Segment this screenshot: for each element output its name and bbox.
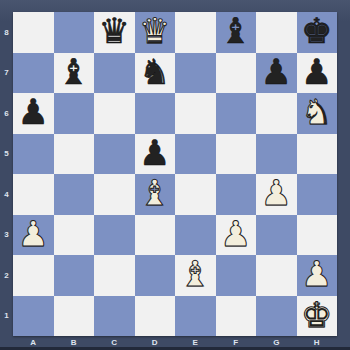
square-g6[interactable] <box>256 93 297 134</box>
piece-black-pawn[interactable]: ♟ <box>18 92 49 133</box>
square-d4[interactable]: ♝ <box>135 174 176 215</box>
square-g8[interactable] <box>256 12 297 53</box>
piece-white-knight[interactable]: ♞ <box>301 92 332 133</box>
chess-board-frame: 87654321 ABCDEFGH ♛♛♝♚♝♞♟♟♟♞♟♝♟♟♟♝♟♚ <box>0 0 350 350</box>
square-b3[interactable] <box>54 215 95 256</box>
square-e7[interactable] <box>175 53 216 94</box>
piece-black-pawn[interactable]: ♟ <box>261 52 292 93</box>
piece-black-bishop[interactable]: ♝ <box>220 11 251 52</box>
square-d5[interactable]: ♟ <box>135 134 176 175</box>
square-a7[interactable] <box>13 53 54 94</box>
rank-labels: 87654321 <box>0 12 13 336</box>
piece-black-pawn[interactable]: ♟ <box>139 133 170 174</box>
piece-white-bishop[interactable]: ♝ <box>139 173 170 214</box>
square-a3[interactable]: ♟ <box>13 215 54 256</box>
square-a2[interactable] <box>13 255 54 296</box>
square-f6[interactable] <box>216 93 257 134</box>
square-c5[interactable] <box>94 134 135 175</box>
rank-label-1: 1 <box>0 296 13 337</box>
square-c7[interactable] <box>94 53 135 94</box>
piece-black-king[interactable]: ♚ <box>301 11 332 52</box>
rank-label-4: 4 <box>0 174 13 215</box>
square-h6[interactable]: ♞ <box>297 93 338 134</box>
piece-white-pawn[interactable]: ♟ <box>220 214 251 255</box>
square-d6[interactable] <box>135 93 176 134</box>
square-c2[interactable] <box>94 255 135 296</box>
rank-label-7: 7 <box>0 53 13 94</box>
square-h4[interactable] <box>297 174 338 215</box>
square-e8[interactable] <box>175 12 216 53</box>
square-h2[interactable]: ♟ <box>297 255 338 296</box>
square-e5[interactable] <box>175 134 216 175</box>
rank-label-2: 2 <box>0 255 13 296</box>
square-b8[interactable] <box>54 12 95 53</box>
square-g3[interactable] <box>256 215 297 256</box>
square-c8[interactable]: ♛ <box>94 12 135 53</box>
file-label-d: D <box>135 337 176 348</box>
file-label-g: G <box>256 337 297 348</box>
square-d3[interactable] <box>135 215 176 256</box>
piece-white-pawn[interactable]: ♟ <box>261 173 292 214</box>
square-c3[interactable] <box>94 215 135 256</box>
file-label-c: C <box>94 337 135 348</box>
square-f7[interactable] <box>216 53 257 94</box>
square-e3[interactable] <box>175 215 216 256</box>
square-b5[interactable] <box>54 134 95 175</box>
rank-label-8: 8 <box>0 12 13 53</box>
piece-black-knight[interactable]: ♞ <box>139 52 170 93</box>
square-g5[interactable] <box>256 134 297 175</box>
square-g1[interactable] <box>256 296 297 337</box>
square-b4[interactable] <box>54 174 95 215</box>
square-e4[interactable] <box>175 174 216 215</box>
piece-white-king[interactable]: ♚ <box>301 295 332 336</box>
piece-black-pawn[interactable]: ♟ <box>301 52 332 93</box>
square-d8[interactable]: ♛ <box>135 12 176 53</box>
square-e2[interactable]: ♝ <box>175 255 216 296</box>
file-label-h: H <box>297 337 338 348</box>
piece-white-queen[interactable]: ♛ <box>139 11 170 52</box>
file-label-f: F <box>216 337 257 348</box>
square-f8[interactable]: ♝ <box>216 12 257 53</box>
square-a4[interactable] <box>13 174 54 215</box>
rank-label-5: 5 <box>0 134 13 175</box>
square-b2[interactable] <box>54 255 95 296</box>
square-h1[interactable]: ♚ <box>297 296 338 337</box>
chess-board: ♛♛♝♚♝♞♟♟♟♞♟♝♟♟♟♝♟♚ <box>13 12 337 336</box>
square-h8[interactable]: ♚ <box>297 12 338 53</box>
square-d7[interactable]: ♞ <box>135 53 176 94</box>
square-h3[interactable] <box>297 215 338 256</box>
rank-label-6: 6 <box>0 93 13 134</box>
file-label-b: B <box>54 337 95 348</box>
square-f4[interactable] <box>216 174 257 215</box>
file-labels: ABCDEFGH <box>13 337 337 348</box>
square-b7[interactable]: ♝ <box>54 53 95 94</box>
square-e6[interactable] <box>175 93 216 134</box>
square-a5[interactable] <box>13 134 54 175</box>
square-c4[interactable] <box>94 174 135 215</box>
square-h7[interactable]: ♟ <box>297 53 338 94</box>
square-d2[interactable] <box>135 255 176 296</box>
rank-label-3: 3 <box>0 215 13 256</box>
square-a6[interactable]: ♟ <box>13 93 54 134</box>
square-e1[interactable] <box>175 296 216 337</box>
square-a8[interactable] <box>13 12 54 53</box>
square-g4[interactable]: ♟ <box>256 174 297 215</box>
piece-black-queen[interactable]: ♛ <box>99 11 130 52</box>
file-label-a: A <box>13 337 54 348</box>
square-c6[interactable] <box>94 93 135 134</box>
square-h5[interactable] <box>297 134 338 175</box>
square-d1[interactable] <box>135 296 176 337</box>
square-b1[interactable] <box>54 296 95 337</box>
square-f5[interactable] <box>216 134 257 175</box>
square-a1[interactable] <box>13 296 54 337</box>
square-g7[interactable]: ♟ <box>256 53 297 94</box>
piece-white-pawn[interactable]: ♟ <box>301 254 332 295</box>
square-g2[interactable] <box>256 255 297 296</box>
square-b6[interactable] <box>54 93 95 134</box>
square-f1[interactable] <box>216 296 257 337</box>
square-f2[interactable] <box>216 255 257 296</box>
square-c1[interactable] <box>94 296 135 337</box>
piece-white-bishop[interactable]: ♝ <box>180 254 211 295</box>
square-f3[interactable]: ♟ <box>216 215 257 256</box>
piece-black-bishop[interactable]: ♝ <box>58 52 89 93</box>
file-label-e: E <box>175 337 216 348</box>
piece-white-pawn[interactable]: ♟ <box>18 214 49 255</box>
